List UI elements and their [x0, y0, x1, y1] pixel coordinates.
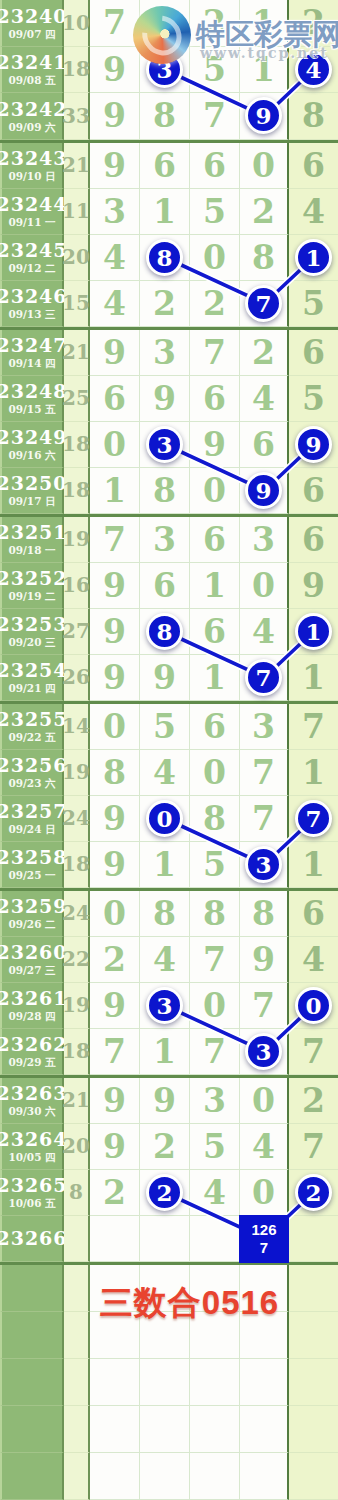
digit-value: 6	[103, 382, 126, 415]
digit-value: 9	[103, 989, 126, 1022]
sum-value: 10	[62, 11, 90, 35]
digit-value: 8	[103, 756, 126, 789]
digit-value: 3	[153, 336, 176, 369]
draw-date: 10/06 五	[8, 1198, 55, 1209]
digit-cell: 2	[90, 937, 140, 983]
digit-cell: 9	[90, 609, 140, 655]
digit-value: 4	[153, 756, 176, 789]
sum-cell: 14	[64, 704, 90, 750]
digit-cell: 9	[90, 563, 140, 609]
digit-value: 4	[252, 615, 275, 648]
table-row: 2326009/27 三2224794	[0, 937, 338, 983]
sum-cell	[64, 1406, 90, 1453]
digit-value: 9	[153, 382, 176, 415]
sum-value: 8	[69, 1180, 83, 1204]
circled-digit-mark: 3	[245, 846, 282, 883]
tail-cell: 7	[289, 796, 338, 842]
draw-date: 09/09 六	[8, 122, 55, 133]
draw-date: 09/22 五	[8, 732, 55, 743]
tail-digit-value: 7	[302, 710, 325, 743]
digit-value: 1	[252, 6, 275, 39]
digit-value: 0	[203, 474, 226, 507]
tail-cell: 4	[289, 937, 338, 983]
digit-value: 9	[103, 848, 126, 881]
digit-cell: 6	[190, 609, 240, 655]
digit-cell: 7	[90, 517, 140, 563]
draw-cell: 2325509/22 五	[0, 704, 64, 750]
digit-cell: 2	[140, 281, 190, 327]
digit-value: 0	[203, 241, 226, 274]
draw-number: 23253	[0, 615, 68, 634]
draw-date: 09/20 三	[8, 637, 55, 648]
sum-cell	[64, 1216, 90, 1262]
circled-digit-mark: 9	[245, 97, 282, 134]
tail-digit-value: 9	[302, 569, 325, 602]
table-row: 2324809/15 五2569645	[0, 376, 338, 422]
digit-cell: 1	[140, 189, 190, 235]
draw-cell: 2326109/28 四	[0, 983, 64, 1029]
digit-value: 6	[153, 569, 176, 602]
digit-value: 6	[252, 428, 275, 461]
digit-cell: 7	[240, 750, 289, 796]
draw-number: 23246	[0, 287, 68, 306]
sum-value: 25	[62, 386, 90, 410]
digit-cell: 3	[240, 1029, 289, 1075]
draw-date: 09/19 二	[8, 591, 55, 602]
sum-cell	[64, 1265, 90, 1313]
draw-date: 09/15 五	[8, 404, 55, 415]
digit-cell: 9	[90, 796, 140, 842]
draw-cell	[0, 1312, 64, 1359]
draw-date: 09/18 一	[8, 545, 55, 556]
digit-cell: 9	[140, 1078, 190, 1124]
digit-cell: 9	[90, 1124, 140, 1170]
digit-cell: 3	[140, 517, 190, 563]
draw-date: 09/11 一	[8, 217, 55, 228]
digit-value: 0	[153, 6, 176, 39]
digit-value: 6	[203, 710, 226, 743]
draw-number: 23259	[0, 897, 68, 916]
tail-digit-value: 1	[302, 661, 325, 694]
draw-cell: 2324509/12 二	[0, 235, 64, 281]
digit-cell: 2	[190, 0, 240, 47]
table-row	[0, 1453, 338, 1500]
tail-cell: 6	[289, 143, 338, 189]
digit-cell: 9	[90, 330, 140, 376]
lottery-trend-table: 2324009/07 四10702122324109/08 五189351423…	[0, 0, 338, 1500]
tail-cell: 1	[289, 609, 338, 655]
digit-cell: 4	[240, 1124, 289, 1170]
sum-cell: 22	[64, 937, 90, 983]
digit-cell: 4	[140, 937, 190, 983]
sum-cell: 19	[64, 517, 90, 563]
digit-cell: 0	[140, 0, 190, 47]
digit-cell: 4	[190, 1170, 240, 1216]
digit-value: 3	[252, 710, 275, 743]
sum-cell: 11	[64, 189, 90, 235]
draw-cell: 2325209/19 二	[0, 563, 64, 609]
draw-date: 09/12 二	[8, 263, 55, 274]
digit-cell: 8	[140, 891, 190, 937]
digit-cell: 8	[240, 891, 289, 937]
digit-value: 9	[103, 569, 126, 602]
digit-value: 6	[203, 523, 226, 556]
digit-cell: 7	[90, 1029, 140, 1075]
prediction-box: 1267	[239, 1215, 289, 1263]
tail-digit-value: 1	[302, 848, 325, 881]
digit-cell	[190, 1359, 240, 1406]
tail-cell: 9	[289, 563, 338, 609]
digit-value: 9	[153, 1084, 176, 1117]
tail-cell: 1	[289, 235, 338, 281]
draw-cell: 2324109/08 五	[0, 47, 64, 94]
digit-value: 0	[252, 1176, 275, 1209]
digit-value: 0	[103, 710, 126, 743]
circled-digit-mark: 1	[295, 613, 332, 650]
tail-digit-value: 6	[302, 897, 325, 930]
digit-value: 9	[153, 661, 176, 694]
circled-digit-mark: 0	[146, 800, 183, 837]
digit-cell: 8	[190, 891, 240, 937]
digit-cell: 9	[90, 983, 140, 1029]
sum-cell: 21	[64, 330, 90, 376]
digit-value: 8	[153, 474, 176, 507]
tail-cell	[289, 1406, 338, 1453]
digit-cell: 1	[190, 655, 240, 701]
circled-digit-mark: 0	[295, 987, 332, 1024]
sum-cell: 10	[64, 0, 90, 47]
sum-cell: 15	[64, 281, 90, 327]
tail-cell: 1	[289, 655, 338, 701]
digit-cell: 4	[90, 281, 140, 327]
table-row	[0, 1406, 338, 1453]
table-row: 2325209/19 二1696109	[0, 563, 338, 609]
tail-cell: 7	[289, 704, 338, 750]
draw-number: 23249	[0, 428, 68, 447]
tail-cell: 7	[289, 1029, 338, 1075]
digit-value: 0	[252, 149, 275, 182]
digit-cell: 3	[240, 842, 289, 888]
sum-value: 19	[62, 527, 90, 551]
digit-value: 5	[203, 195, 226, 228]
digit-value: 7	[252, 756, 275, 789]
digit-value: 6	[153, 149, 176, 182]
digit-cell	[190, 1216, 240, 1262]
draw-date: 09/13 三	[8, 309, 55, 320]
digit-value: 9	[103, 99, 126, 132]
draw-cell: 2325409/21 四	[0, 655, 64, 701]
draw-date: 09/24 日	[8, 824, 55, 835]
digit-value: 7	[203, 1035, 226, 1068]
digit-cell: 7	[240, 655, 289, 701]
digit-cell: 0	[240, 143, 289, 189]
draw-number: 23250	[0, 474, 68, 493]
table-row: 2325309/20 三2798641	[0, 609, 338, 655]
table-row: 2326510/06 五822402	[0, 1170, 338, 1216]
tail-digit-value: 6	[302, 523, 325, 556]
digit-cell: 0	[190, 468, 240, 514]
digit-value: 3	[252, 523, 275, 556]
digit-cell: 4	[240, 609, 289, 655]
digit-value: 9	[203, 428, 226, 461]
digit-cell: 9	[240, 468, 289, 514]
draw-number: 23261	[0, 989, 68, 1008]
tail-cell: 4	[289, 189, 338, 235]
digit-cell: 7	[240, 281, 289, 327]
digit-value: 6	[203, 149, 226, 182]
tail-cell: 5	[289, 376, 338, 422]
table-row: 2326309/30 六2199302	[0, 1078, 338, 1124]
digit-value: 8	[153, 99, 176, 132]
digit-value: 2	[203, 6, 226, 39]
digit-value: 0	[103, 897, 126, 930]
digit-cell: 8	[190, 796, 240, 842]
sum-value: 22	[62, 947, 90, 971]
sum-value: 11	[62, 199, 90, 223]
digit-cell: 1	[140, 842, 190, 888]
draw-number: 23255	[0, 710, 68, 729]
sum-value: 16	[62, 573, 90, 597]
digit-cell: 2	[90, 1170, 140, 1216]
digit-cell	[240, 1406, 289, 1453]
digit-value: 9	[103, 615, 126, 648]
sum-cell: 20	[64, 1124, 90, 1170]
draw-cell: 2324309/10 日	[0, 143, 64, 189]
table-row: 2324609/13 三1542275	[0, 281, 338, 327]
digit-cell: 9	[90, 1078, 140, 1124]
draw-date: 09/27 三	[8, 965, 55, 976]
table-row: 2325609/23 六1984071	[0, 750, 338, 796]
draw-cell: 2324209/09 六	[0, 93, 64, 140]
digit-cell: 5	[140, 704, 190, 750]
digit-cell: 0	[190, 235, 240, 281]
table-row: 2324409/11 一1131524	[0, 189, 338, 235]
digit-cell: 1267	[240, 1216, 289, 1262]
digit-cell: 3	[240, 517, 289, 563]
digit-cell: 2	[240, 330, 289, 376]
digit-cell: 9	[140, 376, 190, 422]
draw-date: 09/25 一	[8, 870, 55, 881]
table-row: 2325909/26 二2408886	[0, 891, 338, 937]
sum-value: 15	[62, 291, 90, 315]
table-row: 2325009/17 日1818096	[0, 468, 338, 514]
digit-cell: 7	[190, 330, 240, 376]
digit-cell: 6	[140, 143, 190, 189]
draw-date: 09/23 六	[8, 778, 55, 789]
digit-value: 2	[103, 943, 126, 976]
prediction-annotation: 三数合0516	[90, 1283, 289, 1323]
circled-digit-mark: 3	[245, 1033, 282, 1070]
draw-number: 23242	[0, 100, 68, 119]
digit-cell: 7	[240, 796, 289, 842]
digit-cell	[140, 1216, 190, 1262]
table-row: 2326109/28 四1993070	[0, 983, 338, 1029]
draw-date: 09/17 日	[8, 496, 55, 507]
draw-cell	[0, 1406, 64, 1453]
digit-value: 9	[252, 943, 275, 976]
tail-cell: 0	[289, 983, 338, 1029]
digit-value: 4	[103, 287, 126, 320]
sum-cell: 18	[64, 842, 90, 888]
tail-digit-value: 5	[302, 287, 325, 320]
digit-cell: 0	[90, 422, 140, 468]
digit-value: 3	[103, 195, 126, 228]
table-row	[0, 1359, 338, 1406]
digit-value: 8	[252, 241, 275, 274]
digit-value: 5	[203, 53, 226, 86]
draw-cell	[0, 1359, 64, 1406]
digit-cell: 9	[240, 937, 289, 983]
digit-cell: 1	[90, 468, 140, 514]
sum-value: 21	[62, 340, 90, 364]
sum-cell: 21	[64, 1078, 90, 1124]
digit-cell: 6	[190, 143, 240, 189]
draw-date: 09/28 四	[8, 1011, 55, 1022]
digit-value: 5	[203, 1130, 226, 1163]
draw-number: 23260	[0, 943, 68, 962]
tail-cell	[289, 1453, 338, 1500]
table-row: 2325709/24 日2490877	[0, 796, 338, 842]
circled-digit-mark: 8	[146, 613, 183, 650]
tail-cell: 6	[289, 468, 338, 514]
digit-value: 0	[252, 1084, 275, 1117]
digit-cell	[90, 1359, 140, 1406]
digit-cell: 6	[190, 517, 240, 563]
digit-cell: 6	[90, 376, 140, 422]
digit-cell: 6	[140, 563, 190, 609]
tail-digit-value: 6	[302, 474, 325, 507]
digit-cell: 0	[240, 1078, 289, 1124]
draw-date: 09/08 五	[8, 75, 55, 86]
sum-value: 21	[62, 1088, 90, 1112]
digit-value: 1	[252, 53, 275, 86]
digit-value: 1	[153, 195, 176, 228]
draw-number: 23241	[0, 53, 68, 72]
digit-cell	[90, 1406, 140, 1453]
draw-number: 23252	[0, 569, 68, 588]
sum-value: 18	[62, 478, 90, 502]
sum-cell: 18	[64, 468, 90, 514]
digit-cell: 3	[140, 330, 190, 376]
draw-number: 23247	[0, 336, 68, 355]
tail-cell: 1	[289, 750, 338, 796]
sum-value: 24	[62, 806, 90, 830]
tail-cell: 1	[289, 842, 338, 888]
digit-value: 7	[252, 989, 275, 1022]
tail-digit-value: 1	[302, 756, 325, 789]
digit-cell: 0	[240, 563, 289, 609]
tail-cell: 2	[289, 1078, 338, 1124]
digit-value: 8	[203, 802, 226, 835]
draw-number: 23266	[0, 1229, 68, 1248]
draw-date: 09/10 日	[8, 171, 55, 182]
digit-value: 2	[252, 336, 275, 369]
table-row: 2324709/14 四2193726	[0, 330, 338, 376]
draw-cell: 23266	[0, 1216, 64, 1262]
tail-digit-value: 8	[302, 99, 325, 132]
digit-cell: 7	[190, 93, 240, 140]
digit-cell: 1	[190, 563, 240, 609]
digit-cell: 9	[90, 655, 140, 701]
digit-value: 2	[153, 1130, 176, 1163]
digit-value: 3	[153, 523, 176, 556]
tail-cell	[289, 1359, 338, 1406]
table-row: 2326209/29 五1871737	[0, 1029, 338, 1075]
digit-cell: 9	[90, 842, 140, 888]
digit-value: 4	[153, 943, 176, 976]
digit-cell: 7	[240, 983, 289, 1029]
sum-value: 14	[62, 714, 90, 738]
table-row: 2324109/08 五1893514	[0, 47, 338, 94]
digit-value: 8	[252, 897, 275, 930]
tail-cell: 5	[289, 281, 338, 327]
digit-cell: 3	[140, 422, 190, 468]
draw-date: 09/21 四	[8, 683, 55, 694]
tail-digit-value: 7	[302, 1130, 325, 1163]
circled-digit-mark: 7	[295, 800, 332, 837]
sum-cell: 24	[64, 891, 90, 937]
digit-value: 5	[153, 710, 176, 743]
digit-value: 9	[103, 661, 126, 694]
digit-cell: 8	[140, 609, 190, 655]
digit-value: 1	[153, 848, 176, 881]
digit-cell: 4	[90, 235, 140, 281]
circled-digit-mark: 7	[245, 659, 282, 696]
digit-cell: 1	[240, 0, 289, 47]
sum-value: 19	[62, 760, 90, 784]
digit-value: 0	[203, 989, 226, 1022]
tail-cell: 2	[289, 0, 338, 47]
digit-cell: 5	[190, 47, 240, 94]
tail-cell	[289, 1216, 338, 1262]
draw-cell: 2325709/24 日	[0, 796, 64, 842]
digit-value: 6	[203, 615, 226, 648]
sum-cell: 8	[64, 1170, 90, 1216]
digit-cell: 2	[190, 281, 240, 327]
digit-cell: 8	[240, 235, 289, 281]
draw-number: 23244	[0, 195, 68, 214]
draw-number: 23256	[0, 756, 68, 775]
draw-cell: 2326309/30 六	[0, 1078, 64, 1124]
draw-cell: 2326209/29 五	[0, 1029, 64, 1075]
circled-digit-mark: 3	[146, 987, 183, 1024]
digit-cell	[140, 1453, 190, 1500]
digit-value: 7	[203, 336, 226, 369]
sum-cell	[64, 1453, 90, 1500]
tail-digit-value: 4	[302, 195, 325, 228]
draw-cell: 2324809/15 五	[0, 376, 64, 422]
digit-value: 7	[203, 99, 226, 132]
sum-value: 33	[62, 104, 90, 128]
sum-cell: 18	[64, 422, 90, 468]
circled-digit-mark: 7	[245, 285, 282, 322]
digit-cell: 4	[140, 750, 190, 796]
draw-cell: 2326510/06 五	[0, 1170, 64, 1216]
tail-cell: 6	[289, 891, 338, 937]
digit-value: 9	[103, 1130, 126, 1163]
table-row: 2324209/09 六3398798	[0, 93, 338, 140]
draw-date: 09/14 四	[8, 358, 55, 369]
digit-value: 1	[103, 474, 126, 507]
sum-cell: 21	[64, 143, 90, 189]
circled-digit-mark: 9	[245, 472, 282, 509]
digit-cell: 1	[240, 47, 289, 94]
draw-date: 09/29 五	[8, 1057, 55, 1068]
sum-cell: 25	[64, 376, 90, 422]
sum-cell: 18	[64, 1029, 90, 1075]
digit-cell: 7	[190, 1029, 240, 1075]
tail-cell: 6	[289, 330, 338, 376]
